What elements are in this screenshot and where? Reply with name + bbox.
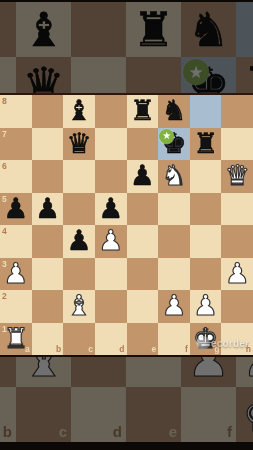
square-g6[interactable] (190, 160, 222, 193)
square-h5[interactable] (221, 193, 253, 226)
piece-white-pawn: ♟ (161, 292, 186, 320)
piece-black-queen: ♛ (67, 130, 92, 158)
square-g5[interactable] (190, 193, 222, 226)
square-d5[interactable]: ♟ (95, 193, 127, 226)
square-g3[interactable] (190, 258, 222, 291)
rank-label-2: 2 (2, 292, 7, 301)
square-h6[interactable]: ♛ (221, 160, 253, 193)
square-e4[interactable] (127, 225, 159, 258)
square-g2[interactable]: ♟ (190, 290, 222, 323)
best-move-star-badge: ★ (159, 129, 174, 144)
square-e5[interactable] (127, 193, 159, 226)
square-a5[interactable]: 5♟ (0, 193, 32, 226)
bg-file-label-e: e (169, 424, 177, 439)
rank-label-4: 4 (2, 227, 7, 236)
square-e7[interactable] (127, 128, 159, 161)
square-c1[interactable]: c (63, 323, 95, 356)
piece-white-pawn: ♟ (98, 227, 123, 255)
square-d3[interactable] (95, 258, 127, 291)
square-a7[interactable]: 7 (0, 128, 32, 161)
square-e3[interactable] (127, 258, 159, 291)
square-d1[interactable]: d (95, 323, 127, 356)
rank-label-5: 5 (2, 195, 7, 204)
square-c8[interactable]: ♝ (63, 95, 95, 128)
square-f4[interactable] (158, 225, 190, 258)
square-b7[interactable] (32, 128, 64, 161)
bg-file-label-b: b (3, 424, 12, 439)
piece-black-pawn: ♟ (130, 162, 155, 190)
bg-file-label-f: f (227, 424, 232, 439)
bg-square-d8 (71, 2, 126, 57)
square-e6[interactable]: ♟ (127, 160, 159, 193)
piece-black-knight: ♞ (161, 97, 186, 125)
square-b2[interactable] (32, 290, 64, 323)
square-a2[interactable]: 2 (0, 290, 32, 323)
file-label-e: e (151, 345, 156, 354)
bg-piece-white-king: ♚ (242, 391, 253, 438)
bg-square-f1: f (181, 387, 236, 442)
square-h3[interactable]: ♟ (221, 258, 253, 291)
file-label-d: d (119, 345, 124, 354)
square-d8[interactable] (95, 95, 127, 128)
square-b3[interactable] (32, 258, 64, 291)
square-g4[interactable] (190, 225, 222, 258)
piece-black-pawn: ♟ (35, 195, 60, 223)
screen: 8♝♜♞7♛♚★♜6♟♞♛5♟♟♟4♟♟3♟♟2♝♟♟1a♜bcdefg♚h 8… (0, 0, 253, 450)
bg-piece-black-rook: ♜ (132, 6, 174, 53)
bg-square-e8: ♜ (126, 2, 181, 57)
square-g7[interactable]: ♜ (190, 128, 222, 161)
square-d7[interactable] (95, 128, 127, 161)
square-b5[interactable]: ♟ (32, 193, 64, 226)
square-f2[interactable]: ♟ (158, 290, 190, 323)
square-e1[interactable]: e (127, 323, 159, 356)
bg-square-d1: d (71, 387, 126, 442)
square-h4[interactable] (221, 225, 253, 258)
file-label-c: c (88, 345, 93, 354)
rank-label-6: 6 (2, 162, 7, 171)
piece-white-queen: ♛ (225, 162, 250, 190)
file-label-a: a (25, 345, 30, 354)
piece-black-pawn: ♟ (67, 227, 92, 255)
square-a1[interactable]: 1a♜ (0, 323, 32, 356)
square-h8[interactable] (221, 95, 253, 128)
piece-white-pawn: ♟ (225, 260, 250, 288)
square-a8[interactable]: 8 (0, 95, 32, 128)
square-f1[interactable]: f (158, 323, 190, 356)
square-a6[interactable]: 6 (0, 160, 32, 193)
square-b8[interactable] (32, 95, 64, 128)
square-f6[interactable]: ♞ (158, 160, 190, 193)
piece-black-rook: ♜ (193, 130, 218, 158)
square-c4[interactable]: ♟ (63, 225, 95, 258)
square-f5[interactable] (158, 193, 190, 226)
bg-piece-black-bishop: ♝ (22, 6, 64, 53)
bg-square-g8 (236, 2, 253, 57)
rank-label-3: 3 (2, 260, 7, 269)
bg-file-label-d: d (113, 424, 122, 439)
chess-board: 8♝♜♞7♛♚★♜6♟♞♛5♟♟♟4♟♟3♟♟2♝♟♟1a♜bcdefg♚h (0, 93, 253, 357)
square-a3[interactable]: 3♟ (0, 258, 32, 291)
bg-square-b1: b (0, 387, 16, 442)
piece-white-bishop: ♝ (67, 292, 92, 320)
square-a4[interactable]: 4 (0, 225, 32, 258)
bg-piece-black-knight: ♞ (187, 6, 229, 53)
piece-black-pawn: ♟ (3, 195, 28, 223)
square-d4[interactable]: ♟ (95, 225, 127, 258)
file-label-f: f (185, 345, 188, 354)
square-f8[interactable]: ♞ (158, 95, 190, 128)
piece-black-rook: ♜ (130, 97, 155, 125)
bg-best-move-star-badge: ★ (183, 59, 209, 85)
bg-square-g1: g♚ (236, 387, 253, 442)
square-c3[interactable] (63, 258, 95, 291)
recorder-icon (196, 336, 210, 350)
bg-square-c1: c (16, 387, 71, 442)
watermark-label: ecorder (211, 338, 249, 349)
bg-square-f8: ♞ (181, 2, 236, 57)
square-f3[interactable] (158, 258, 190, 291)
recorder-watermark: ecorder (196, 336, 249, 350)
square-d6[interactable] (95, 160, 127, 193)
rank-label-7: 7 (2, 130, 7, 139)
piece-white-pawn: ♟ (193, 292, 218, 320)
square-g8[interactable] (190, 95, 222, 128)
square-b6[interactable] (32, 160, 64, 193)
square-e8[interactable]: ♜ (127, 95, 159, 128)
bg-square-c8: ♝ (16, 2, 71, 57)
rank-label-8: 8 (2, 97, 7, 106)
square-c5[interactable] (63, 193, 95, 226)
square-f7[interactable]: ♚★ (158, 128, 190, 161)
square-c2[interactable]: ♝ (63, 290, 95, 323)
square-e2[interactable] (127, 290, 159, 323)
square-h2[interactable] (221, 290, 253, 323)
rank-label-1: 1 (2, 325, 7, 334)
bg-file-label-c: c (59, 424, 67, 439)
bg-square-e1: e (126, 387, 181, 442)
file-label-b: b (56, 345, 61, 354)
piece-white-pawn: ♟ (3, 260, 28, 288)
square-c7[interactable]: ♛ (63, 128, 95, 161)
square-c6[interactable] (63, 160, 95, 193)
piece-white-rook: ♜ (3, 325, 28, 353)
bg-square-b8 (0, 2, 16, 57)
square-h7[interactable] (221, 128, 253, 161)
square-d2[interactable] (95, 290, 127, 323)
square-b1[interactable]: b (32, 323, 64, 356)
piece-black-pawn: ♟ (98, 195, 123, 223)
piece-black-bishop: ♝ (67, 97, 92, 125)
piece-white-knight: ♞ (161, 162, 186, 190)
square-b4[interactable] (32, 225, 64, 258)
